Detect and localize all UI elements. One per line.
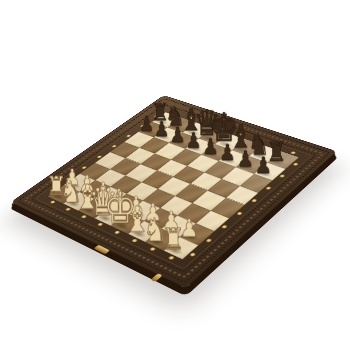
piece-shadow xyxy=(96,213,115,224)
piece-shadow xyxy=(49,192,67,202)
piece-shadow xyxy=(155,133,173,141)
black-knight: ♞ xyxy=(242,130,275,159)
piece-shadow xyxy=(165,245,186,257)
product-photo: ♜♞♝♛♚♝♞♜♟♟♟♟♟♟♟♟♟♟♟♟♟♟♟♟♜♞♝♛♚♝♞♜ xyxy=(0,0,350,350)
playing-field: ♜♞♝♛♚♝♞♜♟♟♟♟♟♟♟♟♟♟♟♟♟♟♟♟♜♞♝♛♚♝♞♜ xyxy=(47,112,300,260)
piece-shadow xyxy=(112,220,132,231)
piece-shadow xyxy=(233,145,252,154)
white-pawn: ♟ xyxy=(56,166,89,188)
piece-shadow xyxy=(129,228,149,240)
board-grid: ♜♞♝♛♚♝♞♜♟♟♟♟♟♟♟♟♟♟♟♟♟♟♟♟♜♞♝♛♚♝♞♜ xyxy=(48,112,299,259)
chess-board: ♜♞♝♛♚♝♞♜♟♟♟♟♟♟♟♟♟♟♟♟♟♟♟♟♜♞♝♛♚♝♞♜ xyxy=(10,95,337,288)
brass-clasp xyxy=(93,245,109,254)
piece-shadow xyxy=(147,236,168,248)
brass-latch-pin xyxy=(151,273,163,282)
black-pawn: ♟ xyxy=(211,142,244,164)
white-rook: ♜ xyxy=(40,173,73,199)
